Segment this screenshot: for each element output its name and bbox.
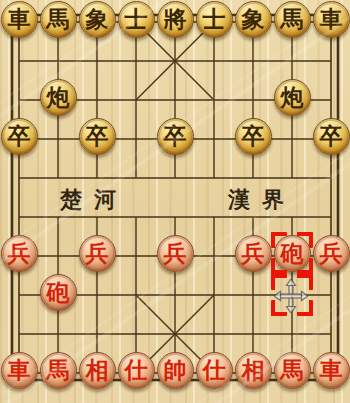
piece-black-advisor[interactable]: 士: [118, 1, 155, 38]
piece-red-soldier[interactable]: 兵: [1, 235, 38, 272]
piece-black-horse[interactable]: 馬: [274, 1, 311, 38]
piece-black-elephant[interactable]: 象: [79, 1, 116, 38]
piece-black-elephant[interactable]: 象: [235, 1, 272, 38]
piece-red-chariot[interactable]: 車: [313, 352, 350, 389]
piece-black-cannon[interactable]: 炮: [40, 79, 77, 116]
piece-black-soldier[interactable]: 卒: [79, 118, 116, 155]
piece-red-elephant[interactable]: 相: [235, 352, 272, 389]
piece-red-horse[interactable]: 馬: [40, 352, 77, 389]
piece-black-soldier[interactable]: 卒: [157, 118, 194, 155]
piece-black-soldier[interactable]: 卒: [313, 118, 350, 155]
piece-red-cannon[interactable]: 砲: [274, 235, 311, 272]
xiangqi-board-screenshot: 楚河 漢界 車馬象士將士象馬車炮炮卒卒卒卒卒兵兵兵兵砲兵砲車馬相仕帥仕相馬車: [0, 0, 350, 403]
piece-red-advisor[interactable]: 仕: [196, 352, 233, 389]
piece-red-soldier[interactable]: 兵: [313, 235, 350, 272]
piece-red-chariot[interactable]: 車: [1, 352, 38, 389]
piece-black-chariot[interactable]: 車: [313, 1, 350, 38]
piece-red-horse[interactable]: 馬: [274, 352, 311, 389]
river-label-right: 漢界: [212, 185, 312, 215]
piece-red-elephant[interactable]: 相: [79, 352, 116, 389]
piece-red-soldier[interactable]: 兵: [79, 235, 116, 272]
piece-red-general[interactable]: 帥: [157, 352, 194, 389]
piece-black-chariot[interactable]: 車: [1, 1, 38, 38]
piece-black-cannon[interactable]: 炮: [274, 79, 311, 116]
piece-red-soldier[interactable]: 兵: [157, 235, 194, 272]
piece-black-soldier[interactable]: 卒: [1, 118, 38, 155]
piece-red-advisor[interactable]: 仕: [118, 352, 155, 389]
piece-red-cannon[interactable]: 砲: [40, 274, 77, 311]
piece-red-soldier[interactable]: 兵: [235, 235, 272, 272]
piece-black-general[interactable]: 將: [157, 1, 194, 38]
piece-black-soldier[interactable]: 卒: [235, 118, 272, 155]
piece-black-horse[interactable]: 馬: [40, 1, 77, 38]
river-label-left: 楚河: [44, 185, 144, 215]
piece-black-advisor[interactable]: 士: [196, 1, 233, 38]
